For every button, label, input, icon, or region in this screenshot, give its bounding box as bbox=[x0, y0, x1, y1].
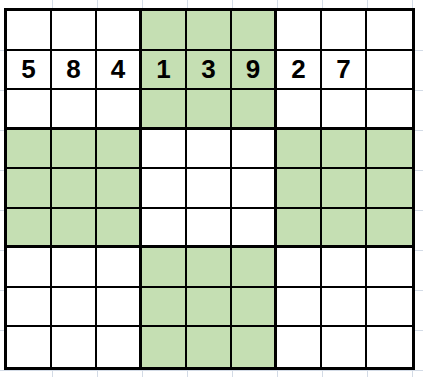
cell-r9c3[interactable] bbox=[97, 327, 142, 367]
cell-r5c4[interactable] bbox=[142, 169, 187, 209]
cell-r4c4[interactable] bbox=[142, 130, 187, 170]
cell-r3c1[interactable] bbox=[7, 90, 52, 130]
cell-r2c7[interactable]: 2 bbox=[277, 51, 322, 91]
cell-r4c9[interactable] bbox=[367, 130, 412, 170]
cell-r7c3[interactable] bbox=[97, 248, 142, 288]
cell-r3c2[interactable] bbox=[52, 90, 97, 130]
cell-r2c8[interactable]: 7 bbox=[322, 51, 367, 91]
cell-r1c5[interactable] bbox=[187, 11, 232, 51]
cell-r2c6[interactable]: 9 bbox=[232, 51, 277, 91]
cell-r2c4[interactable]: 1 bbox=[142, 51, 187, 91]
cell-r9c8[interactable] bbox=[322, 327, 367, 367]
cell-r2c3[interactable]: 4 bbox=[97, 51, 142, 91]
cell-r8c2[interactable] bbox=[52, 288, 97, 328]
cell-r3c7[interactable] bbox=[277, 90, 322, 130]
cell-r5c2[interactable] bbox=[52, 169, 97, 209]
cell-r3c6[interactable] bbox=[232, 90, 277, 130]
cell-r9c1[interactable] bbox=[7, 327, 52, 367]
cell-r6c2[interactable] bbox=[52, 209, 97, 249]
cell-r2c1[interactable]: 5 bbox=[7, 51, 52, 91]
cell-r9c4[interactable] bbox=[142, 327, 187, 367]
cell-r8c7[interactable] bbox=[277, 288, 322, 328]
cell-r9c7[interactable] bbox=[277, 327, 322, 367]
cell-r4c3[interactable] bbox=[97, 130, 142, 170]
cell-r3c4[interactable] bbox=[142, 90, 187, 130]
cell-r6c1[interactable] bbox=[7, 209, 52, 249]
cell-r7c2[interactable] bbox=[52, 248, 97, 288]
cell-r8c3[interactable] bbox=[97, 288, 142, 328]
cell-r1c3[interactable] bbox=[97, 11, 142, 51]
cell-r4c5[interactable] bbox=[187, 130, 232, 170]
cell-r2c5[interactable]: 3 bbox=[187, 51, 232, 91]
cell-r4c2[interactable] bbox=[52, 130, 97, 170]
cell-r7c7[interactable] bbox=[277, 248, 322, 288]
cell-r1c2[interactable] bbox=[52, 11, 97, 51]
cell-r1c7[interactable] bbox=[277, 11, 322, 51]
cell-r5c6[interactable] bbox=[232, 169, 277, 209]
cell-r6c9[interactable] bbox=[367, 209, 412, 249]
cell-r8c5[interactable] bbox=[187, 288, 232, 328]
cell-r9c9[interactable] bbox=[367, 327, 412, 367]
cell-r8c6[interactable] bbox=[232, 288, 277, 328]
cell-r7c9[interactable] bbox=[367, 248, 412, 288]
cell-r7c1[interactable] bbox=[7, 248, 52, 288]
cell-r6c7[interactable] bbox=[277, 209, 322, 249]
cell-r1c9[interactable] bbox=[367, 11, 412, 51]
cell-r8c9[interactable] bbox=[367, 288, 412, 328]
cell-r5c7[interactable] bbox=[277, 169, 322, 209]
cell-r7c6[interactable] bbox=[232, 248, 277, 288]
cell-r1c1[interactable] bbox=[7, 11, 52, 51]
cell-r5c3[interactable] bbox=[97, 169, 142, 209]
cell-r1c6[interactable] bbox=[232, 11, 277, 51]
cell-r7c4[interactable] bbox=[142, 248, 187, 288]
cell-r7c8[interactable] bbox=[322, 248, 367, 288]
cell-r5c1[interactable] bbox=[7, 169, 52, 209]
cell-r6c3[interactable] bbox=[97, 209, 142, 249]
cell-r3c9[interactable] bbox=[367, 90, 412, 130]
cell-r6c6[interactable] bbox=[232, 209, 277, 249]
cell-r3c8[interactable] bbox=[322, 90, 367, 130]
cell-r1c8[interactable] bbox=[322, 11, 367, 51]
cell-r4c6[interactable] bbox=[232, 130, 277, 170]
cell-r4c7[interactable] bbox=[277, 130, 322, 170]
spreadsheet-background: 58413927 bbox=[0, 0, 423, 377]
cell-r8c4[interactable] bbox=[142, 288, 187, 328]
cell-r7c5[interactable] bbox=[187, 248, 232, 288]
cell-r3c5[interactable] bbox=[187, 90, 232, 130]
cell-r5c5[interactable] bbox=[187, 169, 232, 209]
cell-r6c8[interactable] bbox=[322, 209, 367, 249]
cell-r8c1[interactable] bbox=[7, 288, 52, 328]
cell-r6c4[interactable] bbox=[142, 209, 187, 249]
cell-r9c5[interactable] bbox=[187, 327, 232, 367]
cell-r8c8[interactable] bbox=[322, 288, 367, 328]
cell-r1c4[interactable] bbox=[142, 11, 187, 51]
cell-r2c2[interactable]: 8 bbox=[52, 51, 97, 91]
cell-r5c9[interactable] bbox=[367, 169, 412, 209]
cell-r2c9[interactable] bbox=[367, 51, 412, 91]
cell-r4c8[interactable] bbox=[322, 130, 367, 170]
cell-r9c6[interactable] bbox=[232, 327, 277, 367]
cell-r3c3[interactable] bbox=[97, 90, 142, 130]
cell-r6c5[interactable] bbox=[187, 209, 232, 249]
cell-r4c1[interactable] bbox=[7, 130, 52, 170]
sudoku-board: 58413927 bbox=[4, 8, 415, 370]
cell-r5c8[interactable] bbox=[322, 169, 367, 209]
cell-r9c2[interactable] bbox=[52, 327, 97, 367]
